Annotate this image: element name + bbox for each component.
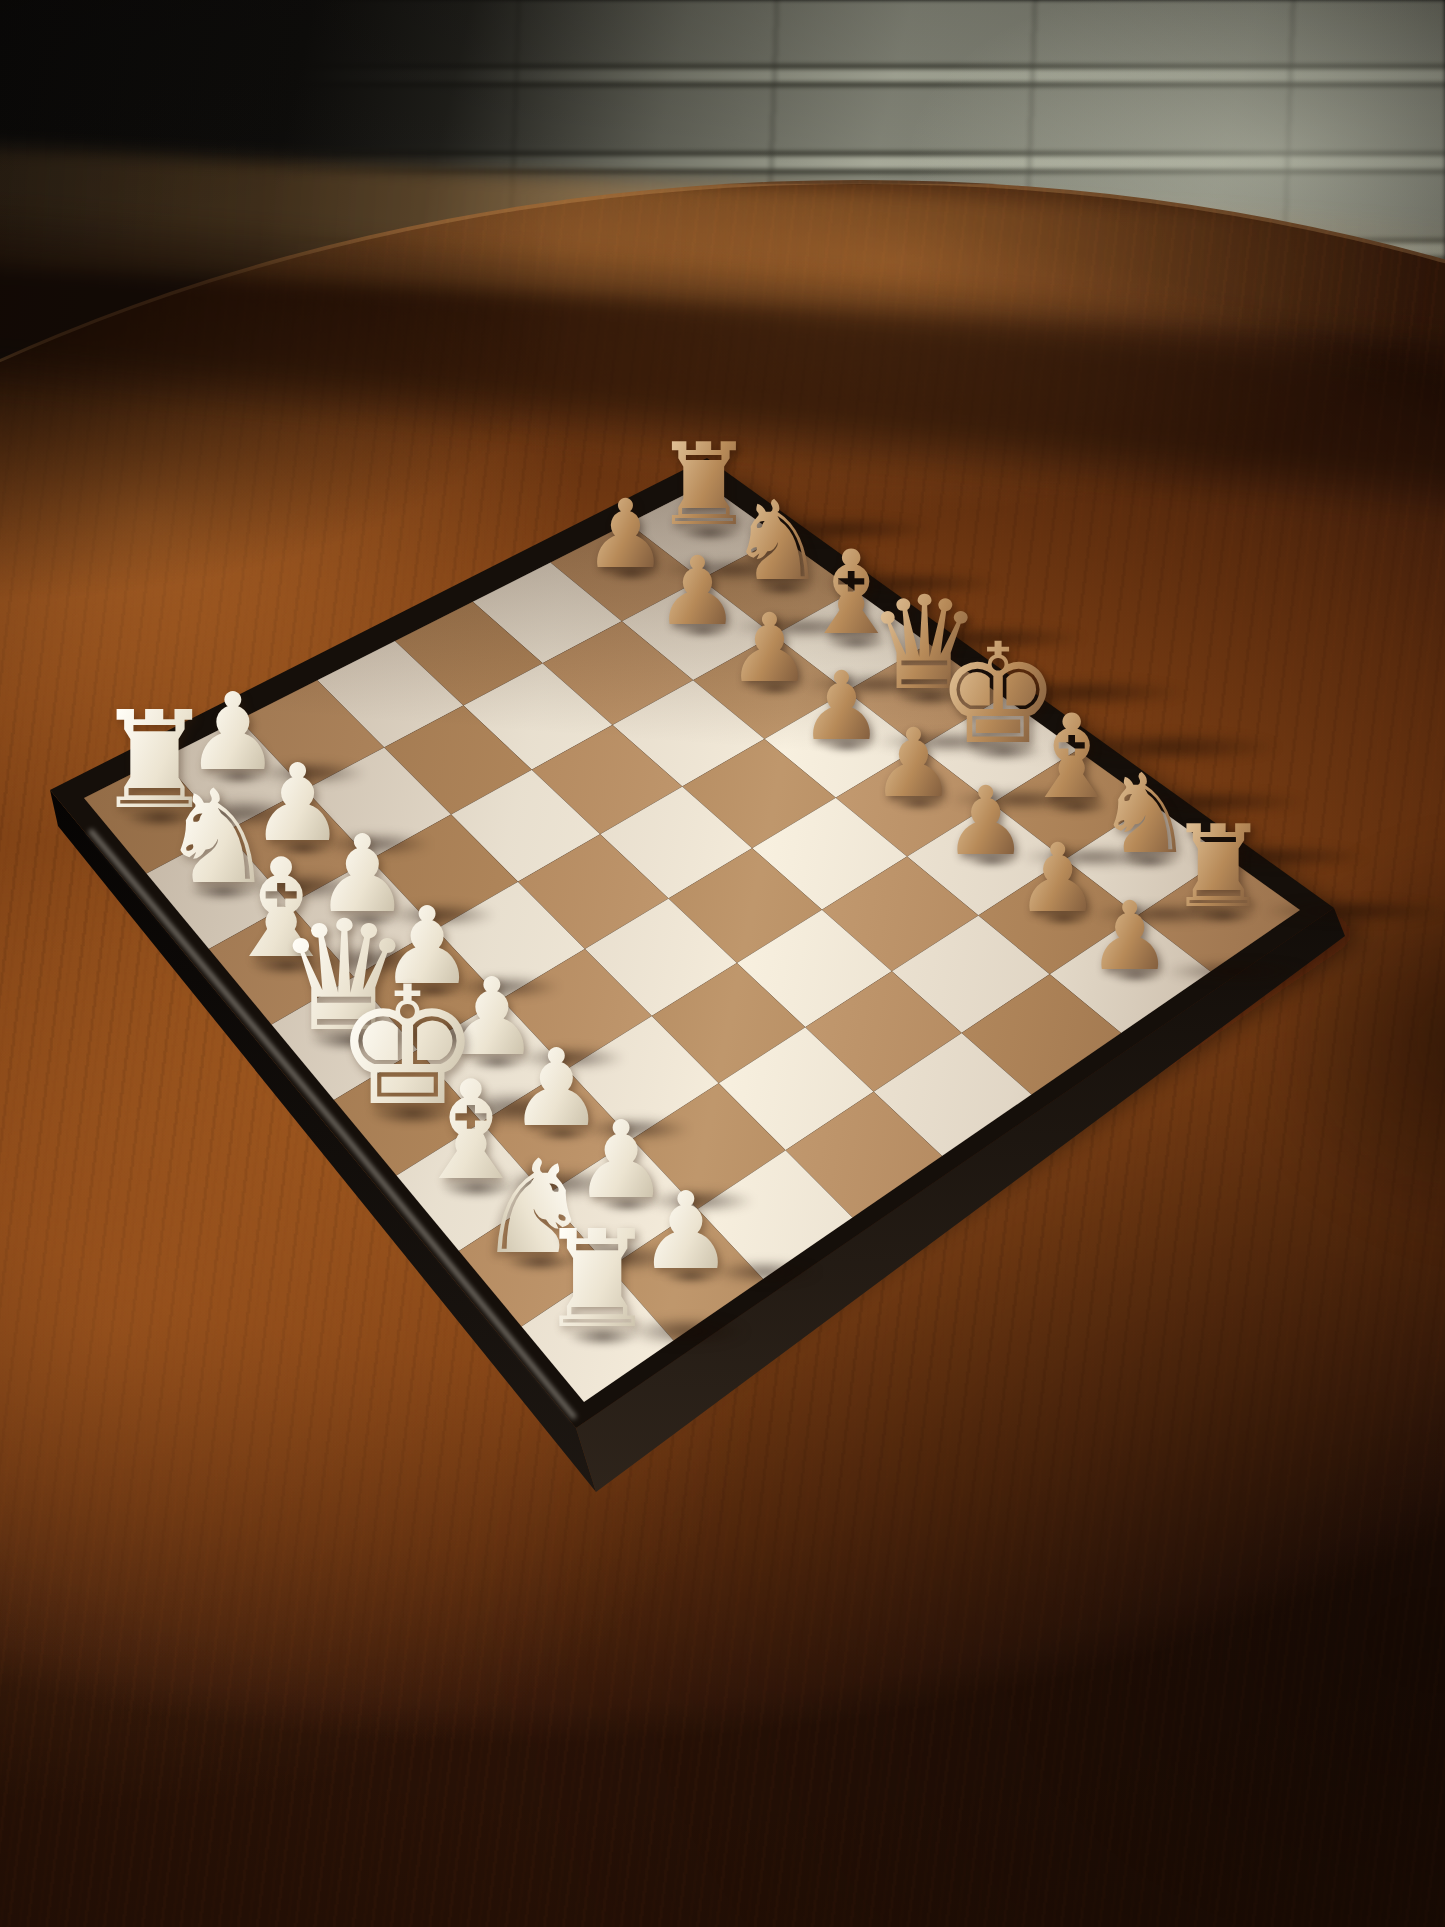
brown-rook-h8[interactable]: ♜ [1168,811,1270,925]
scene: ♜♟♞♟♝♟♛♟♚♟♟♝♜♟♟♞♞♜♟♟♝♟♟♛♟♚♟♝♟♞♟♜ [0,0,1445,1927]
brown-pawn-h7[interactable]: ♟ [1087,888,1172,983]
piece-layer: ♜♟♞♟♝♟♛♟♚♟♟♝♜♟♟♞♞♜♟♟♝♟♟♛♟♚♟♝♟♞♟♜ [0,0,1445,1927]
white-rook-h1[interactable]: ♜ [537,1213,657,1347]
